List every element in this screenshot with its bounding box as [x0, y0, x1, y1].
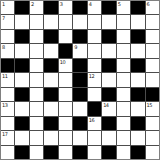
cell-r11c11[interactable] [146, 146, 159, 159]
cell-r10c6[interactable] [73, 131, 86, 144]
clue-number-14: 14 [103, 102, 108, 108]
block-cell-r9c6 [73, 117, 86, 130]
cell-r4c8[interactable] [102, 44, 115, 57]
cell-r1c5[interactable]: 3 [59, 1, 72, 14]
cell-r4c6[interactable]: 9 [73, 44, 86, 57]
cell-r9c5[interactable] [59, 117, 72, 130]
block-cell-r9c10 [131, 117, 144, 130]
cell-r1c7[interactable]: 4 [88, 1, 101, 14]
cell-r11c5[interactable] [59, 146, 72, 159]
cell-r2c6[interactable] [73, 15, 86, 28]
cell-r4c3[interactable] [30, 44, 43, 57]
cell-r8c1[interactable]: 13 [1, 102, 14, 115]
clue-number-17: 17 [2, 131, 7, 137]
cell-r6c9[interactable] [117, 73, 130, 86]
cell-r6c1[interactable]: 11 [1, 73, 14, 86]
block-cell-r11c2 [15, 146, 28, 159]
block-cell-r7c8 [102, 88, 115, 101]
block-cell-r1c6 [73, 1, 86, 14]
clue-number-5: 5 [118, 1, 121, 7]
cell-r2c10[interactable] [131, 15, 144, 28]
cell-r9c9[interactable] [117, 117, 130, 130]
cell-r10c1[interactable]: 17 [1, 131, 14, 144]
cell-r7c7[interactable] [88, 88, 101, 101]
cell-r6c2[interactable] [15, 73, 28, 86]
cell-r2c1[interactable]: 7 [1, 15, 14, 28]
block-cell-r7c10 [131, 88, 144, 101]
block-cell-r8c7 [88, 102, 101, 115]
cell-r5c9[interactable] [117, 59, 130, 72]
block-cell-r3c8 [102, 30, 115, 43]
cell-r2c8[interactable] [102, 15, 115, 28]
cell-r10c10[interactable] [131, 131, 144, 144]
cell-r2c3[interactable] [30, 15, 43, 28]
clue-number-8: 8 [2, 44, 5, 50]
cell-r2c2[interactable] [15, 15, 28, 28]
block-cell-r1c10 [131, 1, 144, 14]
cell-r4c7[interactable] [88, 44, 101, 57]
cell-r6c5[interactable] [59, 73, 72, 86]
block-cell-r11c4 [44, 146, 57, 159]
cell-r10c11[interactable] [146, 131, 159, 144]
block-cell-r11c6 [73, 146, 86, 159]
cell-r8c6[interactable] [73, 102, 86, 115]
block-cell-r11c10 [131, 146, 144, 159]
cell-r6c10[interactable] [131, 73, 144, 86]
block-cell-r3c4 [44, 30, 57, 43]
cell-r4c10[interactable] [131, 44, 144, 57]
block-cell-r5c1 [1, 59, 14, 72]
cell-r2c7[interactable] [88, 15, 101, 28]
cell-r11c9[interactable] [117, 146, 130, 159]
cell-r6c11[interactable] [146, 73, 159, 86]
block-cell-r7c4 [44, 88, 57, 101]
cell-r9c7[interactable]: 16 [88, 117, 101, 130]
block-cell-r7c6 [73, 88, 86, 101]
block-cell-r5c8 [102, 59, 115, 72]
clue-number-6: 6 [147, 1, 150, 7]
block-cell-r1c2 [15, 1, 28, 14]
block-cell-r1c4 [44, 1, 57, 14]
clue-number-13: 13 [2, 102, 7, 108]
cell-r5c3[interactable] [30, 59, 43, 72]
cell-r4c4[interactable] [44, 44, 57, 57]
block-cell-r1c8 [102, 1, 115, 14]
block-cell-r5c2 [15, 59, 28, 72]
cell-r8c9[interactable] [117, 102, 130, 115]
clue-number-2: 2 [31, 1, 34, 7]
cell-r1c11[interactable]: 6 [146, 1, 159, 14]
cell-r3c5[interactable] [59, 30, 72, 43]
block-cell-r5c6 [73, 59, 86, 72]
cell-r2c9[interactable] [117, 15, 130, 28]
clue-number-4: 4 [89, 1, 92, 7]
cell-r6c3[interactable] [30, 73, 43, 86]
block-cell-r9c4 [44, 117, 57, 130]
cell-r6c8[interactable] [102, 73, 115, 86]
block-cell-r4c5 [59, 44, 72, 57]
crossword-grid: 1234567891011121314151617 [0, 0, 160, 160]
cell-r7c9[interactable] [117, 88, 130, 101]
cell-r7c1[interactable] [1, 88, 14, 101]
cell-r8c2[interactable] [15, 102, 28, 115]
clue-number-3: 3 [60, 1, 63, 7]
cell-r10c4[interactable] [44, 131, 57, 144]
cell-r7c5[interactable] [59, 88, 72, 101]
cell-r4c9[interactable] [117, 44, 130, 57]
cell-r3c7[interactable] [88, 30, 101, 43]
clue-number-11: 11 [2, 73, 7, 79]
block-cell-r3c6 [73, 30, 86, 43]
cell-r8c10[interactable] [131, 102, 144, 115]
block-cell-r9c2 [15, 117, 28, 130]
block-cell-r5c10 [131, 59, 144, 72]
cell-r3c1[interactable] [1, 30, 14, 43]
cell-r10c7[interactable] [88, 131, 101, 144]
cell-r1c3[interactable]: 2 [30, 1, 43, 14]
clue-number-12: 12 [89, 73, 94, 79]
cell-r11c7[interactable] [88, 146, 101, 159]
cell-r8c4[interactable] [44, 102, 57, 115]
block-cell-r11c8 [102, 146, 115, 159]
cell-r9c11[interactable] [146, 117, 159, 130]
block-cell-r6c6 [73, 73, 86, 86]
cell-r1c9[interactable]: 5 [117, 1, 130, 14]
cell-r6c4[interactable] [44, 73, 57, 86]
block-cell-r9c8 [102, 117, 115, 130]
clue-number-10: 10 [60, 59, 65, 65]
cell-r6c7[interactable]: 12 [88, 73, 101, 86]
cell-r5c11[interactable] [146, 59, 159, 72]
cell-r4c2[interactable] [15, 44, 28, 57]
clue-number-15: 15 [147, 102, 152, 108]
block-cell-r7c11 [146, 88, 159, 101]
block-cell-r5c4 [44, 59, 57, 72]
block-cell-r7c2 [15, 88, 28, 101]
block-cell-r3c10 [131, 30, 144, 43]
cell-r5c7[interactable] [88, 59, 101, 72]
cell-r8c3[interactable] [30, 102, 43, 115]
cell-r10c8[interactable] [102, 131, 115, 144]
cell-r4c11[interactable] [146, 44, 159, 57]
clue-number-9: 9 [74, 44, 77, 50]
clue-number-16: 16 [89, 117, 94, 123]
block-cell-r3c2 [15, 30, 28, 43]
cell-r8c5[interactable] [59, 102, 72, 115]
cell-r5c5[interactable]: 10 [59, 59, 72, 72]
cell-r10c5[interactable] [59, 131, 72, 144]
cell-r3c3[interactable] [30, 30, 43, 43]
cell-r11c1[interactable] [1, 146, 14, 159]
clue-number-7: 7 [2, 15, 5, 21]
clue-number-1: 1 [2, 1, 5, 7]
cell-r3c9[interactable] [117, 30, 130, 43]
cell-r8c8[interactable]: 14 [102, 102, 115, 115]
cell-r9c3[interactable] [30, 117, 43, 130]
cell-r11c3[interactable] [30, 146, 43, 159]
cell-r2c11[interactable] [146, 15, 159, 28]
cell-r4c1[interactable]: 8 [1, 44, 14, 57]
cell-r10c3[interactable] [30, 131, 43, 144]
cell-r8c11[interactable]: 15 [146, 102, 159, 115]
cell-r10c2[interactable] [15, 131, 28, 144]
cell-r10c9[interactable] [117, 131, 130, 144]
cell-r7c3[interactable] [30, 88, 43, 101]
cell-r9c1[interactable] [1, 117, 14, 130]
cell-r3c11[interactable] [146, 30, 159, 43]
cell-r2c4[interactable] [44, 15, 57, 28]
cell-r1c1[interactable]: 1 [1, 1, 14, 14]
cell-r2c5[interactable] [59, 15, 72, 28]
